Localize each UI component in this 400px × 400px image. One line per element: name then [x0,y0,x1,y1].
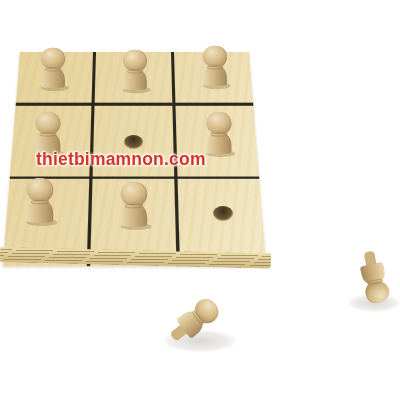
peg-r1c1[interactable] [35,46,71,92]
peg-r1c2[interactable] [117,48,153,94]
hole-r3c3[interactable] [213,206,233,221]
peg-r1c3[interactable] [197,44,233,90]
hole-r2c2[interactable] [124,135,143,149]
peg-r3c2[interactable] [113,180,155,231]
pieces-layer [0,0,400,400]
watermark: thietbimamnon.com [36,149,206,170]
peg-r3c1[interactable] [19,176,61,227]
product-photo-scene: thietbimamnon.com [0,0,400,400]
